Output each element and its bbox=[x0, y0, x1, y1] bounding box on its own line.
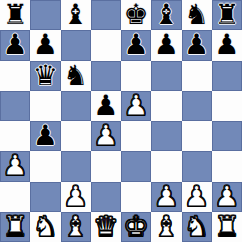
square-g3[interactable] bbox=[182, 151, 212, 181]
square-b3[interactable] bbox=[30, 151, 60, 181]
piece-black-knight[interactable]: ♞ bbox=[184, 1, 209, 29]
square-a2[interactable] bbox=[0, 182, 30, 212]
square-c2[interactable]: ♟ bbox=[61, 182, 91, 212]
square-a6[interactable] bbox=[0, 61, 30, 91]
square-d5[interactable]: ♟ bbox=[91, 91, 121, 121]
square-h2[interactable]: ♟ bbox=[212, 182, 242, 212]
square-e4[interactable] bbox=[121, 121, 151, 151]
piece-white-pawn[interactable]: ♟ bbox=[154, 183, 179, 211]
piece-black-pawn[interactable]: ♟ bbox=[3, 31, 28, 59]
square-c4[interactable] bbox=[61, 121, 91, 151]
square-b2[interactable] bbox=[30, 182, 60, 212]
square-b1[interactable]: ♞ bbox=[30, 212, 60, 242]
square-c1[interactable]: ♝ bbox=[61, 212, 91, 242]
square-d6[interactable] bbox=[91, 61, 121, 91]
piece-white-rook[interactable]: ♜ bbox=[214, 213, 239, 241]
square-d1[interactable]: ♛ bbox=[91, 212, 121, 242]
square-a5[interactable] bbox=[0, 91, 30, 121]
square-c8[interactable]: ♝ bbox=[61, 0, 91, 30]
piece-white-knight[interactable]: ♞ bbox=[33, 213, 58, 241]
square-b5[interactable] bbox=[30, 91, 60, 121]
square-c5[interactable] bbox=[61, 91, 91, 121]
chess-board: ♜♝♚♝♞♜♟♟♟♟♟♟♛♞♟♟♟♟♟♟♟♟♟♜♞♝♛♚♝♞♜ bbox=[0, 0, 242, 242]
square-g8[interactable]: ♞ bbox=[182, 0, 212, 30]
square-d8[interactable] bbox=[91, 0, 121, 30]
square-b4[interactable]: ♟ bbox=[30, 121, 60, 151]
square-e2[interactable] bbox=[121, 182, 151, 212]
square-f7[interactable]: ♟ bbox=[151, 30, 181, 60]
square-g5[interactable] bbox=[182, 91, 212, 121]
square-b8[interactable] bbox=[30, 0, 60, 30]
piece-black-queen[interactable]: ♛ bbox=[33, 62, 58, 90]
square-f4[interactable] bbox=[151, 121, 181, 151]
square-c7[interactable] bbox=[61, 30, 91, 60]
square-e7[interactable]: ♟ bbox=[121, 30, 151, 60]
square-f1[interactable]: ♝ bbox=[151, 212, 181, 242]
piece-white-pawn[interactable]: ♟ bbox=[184, 183, 209, 211]
piece-black-pawn[interactable]: ♟ bbox=[184, 31, 209, 59]
piece-black-bishop[interactable]: ♝ bbox=[63, 1, 88, 29]
piece-white-king[interactable]: ♚ bbox=[124, 213, 149, 241]
square-h1[interactable]: ♜ bbox=[212, 212, 242, 242]
square-e3[interactable] bbox=[121, 151, 151, 181]
piece-white-pawn[interactable]: ♟ bbox=[93, 122, 118, 150]
square-e1[interactable]: ♚ bbox=[121, 212, 151, 242]
square-f2[interactable]: ♟ bbox=[151, 182, 181, 212]
square-h3[interactable] bbox=[212, 151, 242, 181]
piece-white-pawn[interactable]: ♟ bbox=[3, 152, 28, 180]
piece-black-rook[interactable]: ♜ bbox=[214, 1, 239, 29]
square-d4[interactable]: ♟ bbox=[91, 121, 121, 151]
square-a8[interactable]: ♜ bbox=[0, 0, 30, 30]
square-g6[interactable] bbox=[182, 61, 212, 91]
square-d7[interactable] bbox=[91, 30, 121, 60]
square-a3[interactable]: ♟ bbox=[0, 151, 30, 181]
square-f8[interactable]: ♝ bbox=[151, 0, 181, 30]
square-a1[interactable]: ♜ bbox=[0, 212, 30, 242]
piece-black-pawn[interactable]: ♟ bbox=[154, 31, 179, 59]
piece-black-pawn[interactable]: ♟ bbox=[33, 31, 58, 59]
square-f3[interactable] bbox=[151, 151, 181, 181]
square-a7[interactable]: ♟ bbox=[0, 30, 30, 60]
square-b7[interactable]: ♟ bbox=[30, 30, 60, 60]
square-g2[interactable]: ♟ bbox=[182, 182, 212, 212]
square-g4[interactable] bbox=[182, 121, 212, 151]
piece-black-pawn[interactable]: ♟ bbox=[214, 31, 239, 59]
piece-black-pawn[interactable]: ♟ bbox=[124, 31, 149, 59]
square-c6[interactable]: ♞ bbox=[61, 61, 91, 91]
square-g1[interactable]: ♞ bbox=[182, 212, 212, 242]
piece-white-bishop[interactable]: ♝ bbox=[154, 213, 179, 241]
square-h5[interactable] bbox=[212, 91, 242, 121]
piece-white-bishop[interactable]: ♝ bbox=[63, 213, 88, 241]
square-d2[interactable] bbox=[91, 182, 121, 212]
square-h7[interactable]: ♟ bbox=[212, 30, 242, 60]
square-e5[interactable]: ♟ bbox=[121, 91, 151, 121]
square-h4[interactable] bbox=[212, 121, 242, 151]
square-a4[interactable] bbox=[0, 121, 30, 151]
piece-white-pawn[interactable]: ♟ bbox=[63, 183, 88, 211]
square-e8[interactable]: ♚ bbox=[121, 0, 151, 30]
piece-black-king[interactable]: ♚ bbox=[124, 1, 149, 29]
piece-black-rook[interactable]: ♜ bbox=[3, 1, 28, 29]
square-c3[interactable] bbox=[61, 151, 91, 181]
square-f6[interactable] bbox=[151, 61, 181, 91]
square-f5[interactable] bbox=[151, 91, 181, 121]
piece-black-pawn[interactable]: ♟ bbox=[33, 122, 58, 150]
square-b6[interactable]: ♛ bbox=[30, 61, 60, 91]
square-g7[interactable]: ♟ bbox=[182, 30, 212, 60]
piece-white-knight[interactable]: ♞ bbox=[184, 213, 209, 241]
square-e6[interactable] bbox=[121, 61, 151, 91]
piece-white-rook[interactable]: ♜ bbox=[3, 213, 28, 241]
piece-black-knight[interactable]: ♞ bbox=[63, 62, 88, 90]
piece-black-bishop[interactable]: ♝ bbox=[154, 1, 179, 29]
piece-white-queen[interactable]: ♛ bbox=[93, 213, 118, 241]
piece-white-pawn[interactable]: ♟ bbox=[214, 183, 239, 211]
square-h6[interactable] bbox=[212, 61, 242, 91]
piece-white-pawn[interactable]: ♟ bbox=[124, 92, 149, 120]
piece-black-pawn[interactable]: ♟ bbox=[93, 92, 118, 120]
square-h8[interactable]: ♜ bbox=[212, 0, 242, 30]
square-d3[interactable] bbox=[91, 151, 121, 181]
